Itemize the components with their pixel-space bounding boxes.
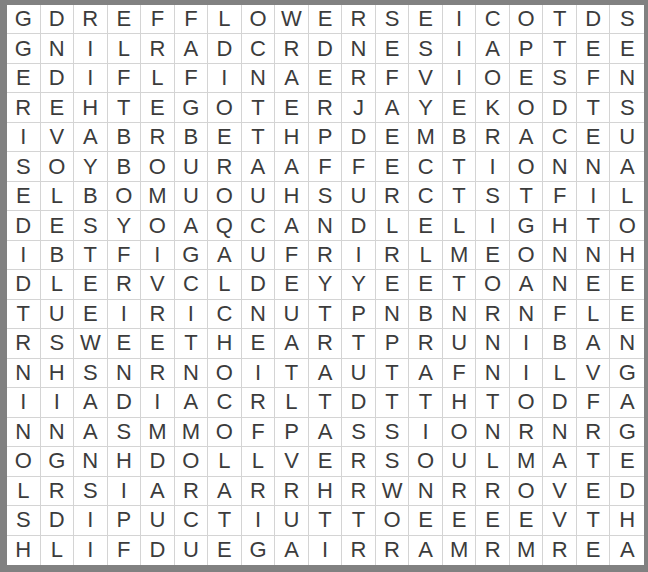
grid-cell[interactable]: R — [577, 418, 611, 447]
grid-cell[interactable]: N — [476, 359, 510, 388]
grid-cell[interactable]: E — [41, 211, 75, 240]
grid-cell[interactable]: N — [242, 64, 276, 93]
grid-cell[interactable]: N — [543, 152, 577, 181]
grid-cell[interactable]: V — [409, 64, 443, 93]
grid-cell[interactable]: I — [141, 388, 175, 417]
grid-cell[interactable]: A — [610, 152, 644, 181]
grid-cell[interactable]: R — [141, 359, 175, 388]
grid-cell[interactable]: D — [342, 388, 376, 417]
grid-cell[interactable]: U — [242, 182, 276, 211]
grid-cell[interactable]: V — [275, 447, 309, 476]
grid-cell[interactable]: B — [175, 123, 209, 152]
grid-cell[interactable]: F — [108, 536, 142, 565]
grid-cell[interactable]: E — [376, 270, 410, 299]
grid-cell[interactable]: G — [610, 418, 644, 447]
grid-cell[interactable]: S — [74, 359, 108, 388]
grid-cell[interactable]: U — [242, 241, 276, 270]
grid-cell[interactable]: C — [175, 270, 209, 299]
grid-cell[interactable]: B — [543, 329, 577, 358]
grid-cell[interactable]: F — [376, 64, 410, 93]
grid-cell[interactable]: L — [577, 300, 611, 329]
grid-cell[interactable]: T — [443, 182, 477, 211]
grid-cell[interactable]: S — [74, 211, 108, 240]
grid-cell[interactable]: A — [242, 152, 276, 181]
grid-cell[interactable]: S — [41, 329, 75, 358]
grid-cell[interactable]: E — [141, 93, 175, 122]
grid-cell[interactable]: P — [342, 300, 376, 329]
grid-cell[interactable]: O — [510, 152, 544, 181]
grid-cell[interactable]: S — [309, 182, 343, 211]
grid-cell[interactable]: S — [376, 447, 410, 476]
grid-cell[interactable]: H — [610, 506, 644, 535]
grid-cell[interactable]: D — [543, 388, 577, 417]
grid-cell[interactable]: E — [208, 123, 242, 152]
grid-cell[interactable]: U — [175, 182, 209, 211]
grid-cell[interactable]: G — [175, 93, 209, 122]
grid-cell[interactable]: E — [577, 270, 611, 299]
grid-cell[interactable]: A — [74, 418, 108, 447]
grid-cell[interactable]: H — [275, 182, 309, 211]
grid-cell[interactable]: I — [443, 34, 477, 63]
grid-cell[interactable]: Y — [108, 211, 142, 240]
grid-cell[interactable]: M — [443, 241, 477, 270]
grid-cell[interactable]: J — [342, 93, 376, 122]
grid-cell[interactable]: V — [543, 477, 577, 506]
grid-cell[interactable]: Y — [342, 270, 376, 299]
grid-cell[interactable]: R — [342, 477, 376, 506]
grid-cell[interactable]: I — [141, 241, 175, 270]
grid-cell[interactable]: E — [208, 536, 242, 565]
grid-cell[interactable]: I — [577, 182, 611, 211]
grid-cell[interactable]: H — [108, 447, 142, 476]
grid-cell[interactable]: E — [309, 447, 343, 476]
grid-cell[interactable]: N — [543, 270, 577, 299]
grid-cell[interactable]: O — [175, 447, 209, 476]
grid-cell[interactable]: O — [242, 5, 276, 34]
grid-cell[interactable]: L — [208, 5, 242, 34]
grid-cell[interactable]: T — [577, 211, 611, 240]
grid-cell[interactable]: F — [275, 241, 309, 270]
grid-cell[interactable]: N — [41, 34, 75, 63]
grid-cell[interactable]: C — [543, 123, 577, 152]
grid-cell[interactable]: O — [510, 5, 544, 34]
grid-cell[interactable]: R — [7, 329, 41, 358]
grid-cell[interactable]: M — [409, 123, 443, 152]
grid-cell[interactable]: A — [208, 241, 242, 270]
grid-cell[interactable]: S — [7, 152, 41, 181]
grid-cell[interactable]: R — [342, 536, 376, 565]
grid-cell[interactable]: I — [74, 536, 108, 565]
grid-cell[interactable]: A — [175, 388, 209, 417]
grid-cell[interactable]: E — [108, 5, 142, 34]
grid-cell[interactable]: O — [476, 270, 510, 299]
grid-cell[interactable]: Y — [74, 152, 108, 181]
grid-cell[interactable]: L — [409, 241, 443, 270]
grid-cell[interactable]: L — [141, 64, 175, 93]
grid-cell[interactable]: S — [610, 93, 644, 122]
grid-cell[interactable]: E — [443, 93, 477, 122]
grid-cell[interactable]: E — [443, 506, 477, 535]
grid-cell[interactable]: R — [376, 182, 410, 211]
grid-cell[interactable]: N — [476, 418, 510, 447]
grid-cell[interactable]: L — [7, 477, 41, 506]
grid-cell[interactable]: I — [510, 329, 544, 358]
grid-cell[interactable]: E — [74, 270, 108, 299]
grid-cell[interactable]: R — [409, 329, 443, 358]
grid-cell[interactable]: W — [275, 5, 309, 34]
grid-cell[interactable]: N — [510, 300, 544, 329]
grid-cell[interactable]: D — [141, 447, 175, 476]
grid-cell[interactable]: R — [510, 418, 544, 447]
grid-cell[interactable]: R — [342, 64, 376, 93]
grid-cell[interactable]: I — [208, 64, 242, 93]
grid-cell[interactable]: I — [7, 241, 41, 270]
grid-cell[interactable]: T — [543, 34, 577, 63]
grid-cell[interactable]: B — [41, 241, 75, 270]
grid-cell[interactable]: V — [41, 123, 75, 152]
grid-cell[interactable]: M — [141, 418, 175, 447]
grid-cell[interactable]: D — [208, 34, 242, 63]
grid-cell[interactable]: U — [342, 359, 376, 388]
grid-cell[interactable]: T — [309, 506, 343, 535]
grid-cell[interactable]: O — [208, 359, 242, 388]
grid-cell[interactable]: G — [7, 5, 41, 34]
grid-cell[interactable]: U — [175, 536, 209, 565]
grid-cell[interactable]: R — [342, 5, 376, 34]
grid-cell[interactable]: R — [74, 5, 108, 34]
grid-cell[interactable]: P — [108, 506, 142, 535]
grid-cell[interactable]: P — [309, 123, 343, 152]
grid-cell[interactable]: H — [74, 93, 108, 122]
grid-cell[interactable]: R — [242, 477, 276, 506]
grid-cell[interactable]: U — [41, 300, 75, 329]
grid-cell[interactable]: E — [7, 182, 41, 211]
grid-cell[interactable]: G — [7, 34, 41, 63]
grid-cell[interactable]: T — [108, 93, 142, 122]
grid-cell[interactable]: L — [242, 447, 276, 476]
grid-cell[interactable]: F — [577, 64, 611, 93]
grid-cell[interactable]: L — [476, 447, 510, 476]
grid-cell[interactable]: T — [577, 447, 611, 476]
grid-cell[interactable]: S — [342, 418, 376, 447]
grid-cell[interactable]: T — [208, 506, 242, 535]
grid-cell[interactable]: O — [510, 477, 544, 506]
grid-cell[interactable]: L — [208, 447, 242, 476]
grid-cell[interactable]: R — [275, 34, 309, 63]
grid-cell[interactable]: N — [476, 329, 510, 358]
grid-cell[interactable]: D — [7, 211, 41, 240]
grid-cell[interactable]: D — [610, 477, 644, 506]
grid-cell[interactable]: S — [74, 477, 108, 506]
grid-cell[interactable]: E — [108, 329, 142, 358]
grid-cell[interactable]: F — [175, 5, 209, 34]
grid-cell[interactable]: T — [7, 300, 41, 329]
grid-cell[interactable]: M — [443, 536, 477, 565]
grid-cell[interactable]: B — [443, 123, 477, 152]
grid-cell[interactable]: P — [376, 329, 410, 358]
grid-cell[interactable]: R — [108, 270, 142, 299]
grid-cell[interactable]: K — [476, 93, 510, 122]
grid-cell[interactable]: A — [275, 329, 309, 358]
grid-cell[interactable]: N — [41, 418, 75, 447]
grid-cell[interactable]: D — [41, 506, 75, 535]
grid-cell[interactable]: Y — [409, 93, 443, 122]
grid-cell[interactable]: L — [376, 211, 410, 240]
grid-cell[interactable]: T — [443, 270, 477, 299]
grid-cell[interactable]: O — [610, 211, 644, 240]
grid-cell[interactable]: A — [409, 359, 443, 388]
grid-cell[interactable]: H — [443, 388, 477, 417]
grid-cell[interactable]: R — [543, 536, 577, 565]
grid-cell[interactable]: P — [510, 34, 544, 63]
grid-cell[interactable]: G — [610, 359, 644, 388]
grid-cell[interactable]: T — [74, 241, 108, 270]
grid-cell[interactable]: E — [275, 93, 309, 122]
grid-cell[interactable]: C — [409, 182, 443, 211]
grid-cell[interactable]: A — [610, 536, 644, 565]
grid-cell[interactable]: D — [242, 270, 276, 299]
grid-cell[interactable]: F — [342, 152, 376, 181]
grid-cell[interactable]: I — [443, 5, 477, 34]
grid-cell[interactable]: R — [208, 152, 242, 181]
grid-cell[interactable]: R — [41, 477, 75, 506]
grid-cell[interactable]: T — [342, 506, 376, 535]
grid-cell[interactable]: N — [342, 34, 376, 63]
grid-cell[interactable]: O — [510, 241, 544, 270]
grid-cell[interactable]: E — [409, 5, 443, 34]
grid-cell[interactable]: P — [275, 418, 309, 447]
grid-cell[interactable]: E — [309, 64, 343, 93]
grid-cell[interactable]: I — [242, 359, 276, 388]
grid-cell[interactable]: N — [108, 359, 142, 388]
grid-cell[interactable]: C — [409, 152, 443, 181]
grid-cell[interactable]: R — [376, 536, 410, 565]
grid-cell[interactable]: A — [208, 477, 242, 506]
grid-cell[interactable]: O — [510, 388, 544, 417]
grid-cell[interactable]: E — [510, 64, 544, 93]
grid-cell[interactable]: E — [409, 506, 443, 535]
grid-cell[interactable]: N — [175, 359, 209, 388]
grid-cell[interactable]: E — [74, 300, 108, 329]
grid-cell[interactable]: M — [141, 182, 175, 211]
grid-cell[interactable]: O — [208, 182, 242, 211]
grid-cell[interactable]: A — [577, 329, 611, 358]
grid-cell[interactable]: F — [577, 388, 611, 417]
grid-cell[interactable]: U — [141, 506, 175, 535]
grid-cell[interactable]: T — [543, 5, 577, 34]
grid-cell[interactable]: O — [141, 211, 175, 240]
grid-cell[interactable]: I — [74, 506, 108, 535]
grid-cell[interactable]: D — [543, 93, 577, 122]
grid-cell[interactable]: O — [376, 506, 410, 535]
grid-cell[interactable]: M — [510, 536, 544, 565]
grid-cell[interactable]: E — [242, 329, 276, 358]
grid-cell[interactable]: D — [577, 5, 611, 34]
grid-cell[interactable]: T — [342, 329, 376, 358]
grid-cell[interactable]: G — [510, 211, 544, 240]
grid-cell[interactable]: E — [275, 270, 309, 299]
grid-cell[interactable]: T — [443, 152, 477, 181]
grid-cell[interactable]: R — [476, 477, 510, 506]
grid-cell[interactable]: I — [242, 506, 276, 535]
grid-cell[interactable]: T — [476, 388, 510, 417]
grid-cell[interactable]: T — [577, 93, 611, 122]
grid-cell[interactable]: Y — [309, 270, 343, 299]
grid-cell[interactable]: U — [175, 152, 209, 181]
grid-cell[interactable]: H — [610, 241, 644, 270]
grid-cell[interactable]: S — [610, 5, 644, 34]
grid-cell[interactable]: E — [610, 300, 644, 329]
grid-cell[interactable]: I — [7, 123, 41, 152]
grid-cell[interactable]: C — [242, 211, 276, 240]
grid-cell[interactable]: U — [443, 447, 477, 476]
grid-cell[interactable]: N — [577, 152, 611, 181]
grid-cell[interactable]: R — [141, 123, 175, 152]
grid-cell[interactable]: V — [141, 270, 175, 299]
grid-cell[interactable]: B — [108, 152, 142, 181]
grid-cell[interactable]: E — [376, 123, 410, 152]
grid-cell[interactable]: I — [74, 64, 108, 93]
grid-cell[interactable]: U — [443, 329, 477, 358]
grid-cell[interactable]: W — [376, 477, 410, 506]
grid-cell[interactable]: I — [510, 359, 544, 388]
grid-cell[interactable]: E — [577, 123, 611, 152]
grid-cell[interactable]: G — [242, 536, 276, 565]
grid-cell[interactable]: E — [610, 447, 644, 476]
grid-cell[interactable]: S — [543, 64, 577, 93]
grid-cell[interactable]: R — [376, 241, 410, 270]
grid-cell[interactable]: A — [275, 152, 309, 181]
grid-cell[interactable]: E — [309, 5, 343, 34]
grid-cell[interactable]: I — [476, 211, 510, 240]
grid-cell[interactable]: M — [510, 447, 544, 476]
grid-cell[interactable]: S — [376, 418, 410, 447]
grid-cell[interactable]: O — [108, 182, 142, 211]
grid-cell[interactable]: E — [577, 477, 611, 506]
grid-cell[interactable]: N — [242, 300, 276, 329]
grid-cell[interactable]: F — [309, 152, 343, 181]
grid-cell[interactable]: I — [41, 388, 75, 417]
grid-cell[interactable]: S — [108, 418, 142, 447]
grid-cell[interactable]: C — [476, 5, 510, 34]
grid-cell[interactable]: S — [409, 34, 443, 63]
grid-cell[interactable]: O — [476, 64, 510, 93]
grid-cell[interactable]: F — [543, 182, 577, 211]
grid-cell[interactable]: I — [409, 418, 443, 447]
grid-cell[interactable]: T — [510, 182, 544, 211]
grid-cell[interactable]: D — [342, 211, 376, 240]
grid-cell[interactable]: T — [309, 300, 343, 329]
grid-cell[interactable]: A — [510, 270, 544, 299]
grid-cell[interactable]: L — [108, 34, 142, 63]
grid-cell[interactable]: T — [242, 123, 276, 152]
grid-cell[interactable]: U — [275, 506, 309, 535]
grid-cell[interactable]: C — [208, 388, 242, 417]
grid-cell[interactable]: N — [610, 64, 644, 93]
grid-cell[interactable]: L — [275, 388, 309, 417]
grid-cell[interactable]: N — [409, 477, 443, 506]
grid-cell[interactable]: A — [275, 64, 309, 93]
grid-cell[interactable]: F — [141, 5, 175, 34]
grid-cell[interactable]: T — [275, 359, 309, 388]
grid-cell[interactable]: H — [41, 359, 75, 388]
grid-cell[interactable]: N — [74, 447, 108, 476]
grid-cell[interactable]: A — [141, 477, 175, 506]
grid-cell[interactable]: E — [510, 506, 544, 535]
grid-cell[interactable]: A — [476, 34, 510, 63]
grid-cell[interactable]: I — [7, 388, 41, 417]
grid-cell[interactable]: N — [7, 359, 41, 388]
grid-cell[interactable]: B — [108, 123, 142, 152]
grid-cell[interactable]: F — [443, 359, 477, 388]
grid-cell[interactable]: E — [141, 329, 175, 358]
grid-cell[interactable]: I — [108, 477, 142, 506]
grid-cell[interactable]: F — [108, 241, 142, 270]
grid-cell[interactable]: T — [409, 388, 443, 417]
grid-cell[interactable]: O — [208, 418, 242, 447]
grid-cell[interactable]: E — [610, 34, 644, 63]
grid-cell[interactable]: R — [141, 34, 175, 63]
grid-cell[interactable]: N — [309, 211, 343, 240]
grid-cell[interactable]: S — [376, 5, 410, 34]
grid-cell[interactable]: Q — [208, 211, 242, 240]
grid-cell[interactable]: L — [208, 270, 242, 299]
grid-cell[interactable]: F — [242, 418, 276, 447]
grid-cell[interactable]: R — [476, 300, 510, 329]
grid-cell[interactable]: I — [108, 300, 142, 329]
grid-cell[interactable]: R — [141, 300, 175, 329]
grid-cell[interactable]: H — [7, 536, 41, 565]
grid-cell[interactable]: D — [342, 123, 376, 152]
grid-cell[interactable]: N — [543, 418, 577, 447]
grid-cell[interactable]: E — [476, 506, 510, 535]
grid-cell[interactable]: R — [309, 329, 343, 358]
grid-cell[interactable]: S — [476, 182, 510, 211]
grid-cell[interactable]: L — [41, 270, 75, 299]
grid-cell[interactable]: A — [275, 211, 309, 240]
grid-cell[interactable]: F — [175, 64, 209, 93]
grid-cell[interactable]: U — [610, 123, 644, 152]
grid-cell[interactable]: B — [74, 182, 108, 211]
grid-cell[interactable]: R — [309, 241, 343, 270]
grid-cell[interactable]: A — [74, 123, 108, 152]
grid-cell[interactable]: I — [443, 64, 477, 93]
grid-cell[interactable]: I — [74, 34, 108, 63]
grid-cell[interactable]: M — [175, 418, 209, 447]
grid-cell[interactable]: N — [376, 300, 410, 329]
grid-cell[interactable]: L — [610, 182, 644, 211]
grid-cell[interactable]: C — [175, 506, 209, 535]
grid-cell[interactable]: L — [543, 359, 577, 388]
grid-cell[interactable]: T — [577, 506, 611, 535]
grid-cell[interactable]: G — [175, 241, 209, 270]
grid-cell[interactable]: O — [510, 93, 544, 122]
grid-cell[interactable]: E — [41, 93, 75, 122]
grid-cell[interactable]: A — [376, 93, 410, 122]
grid-cell[interactable]: V — [543, 506, 577, 535]
grid-cell[interactable]: E — [409, 211, 443, 240]
grid-cell[interactable]: H — [309, 477, 343, 506]
grid-cell[interactable]: R — [476, 123, 510, 152]
grid-cell[interactable]: T — [175, 329, 209, 358]
grid-cell[interactable]: L — [443, 211, 477, 240]
grid-cell[interactable]: D — [309, 34, 343, 63]
grid-cell[interactable]: I — [342, 241, 376, 270]
grid-cell[interactable]: O — [208, 93, 242, 122]
grid-cell[interactable]: F — [108, 64, 142, 93]
grid-cell[interactable]: R — [342, 447, 376, 476]
grid-cell[interactable]: R — [275, 477, 309, 506]
